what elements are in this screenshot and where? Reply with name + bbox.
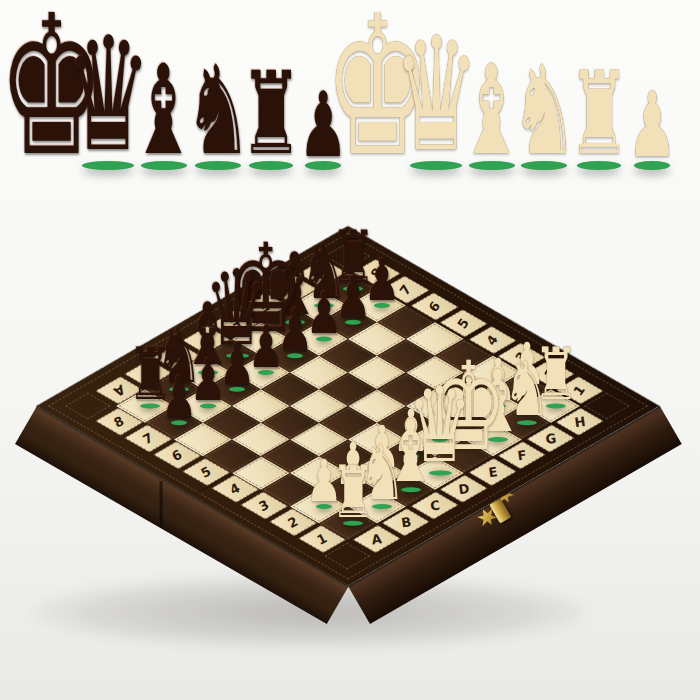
piece-white-rook-a1[interactable]: ♜ [331, 422, 375, 526]
piece-black-pawn-a7[interactable]: ♟ [157, 321, 201, 425]
pieces-layer: ♜♞♝♛♚♝♞♜♟♟♟♟♟♟♟♟♟♟♟♟♟♟♟♟♜♞♝♛♚♝♞♜ [37, 226, 659, 586]
hinge-seam [160, 481, 163, 527]
photo-stage: chess ♚♛♝♞♜♟♚♛♝♞♜♟ 88AA77BB66CC55DD44EE3… [0, 0, 700, 700]
pawn-icon: ♟ [160, 371, 196, 424]
board-scene: 88AA77BB66CC55DD44EE33FF22GG11HH ♜♞♝♛♚♝♞… [0, 0, 700, 700]
rook-icon: ♜ [330, 459, 375, 525]
chessboard: 88AA77BB66CC55DD44EE33FF22GG11HH ♜♞♝♛♚♝♞… [37, 226, 659, 586]
